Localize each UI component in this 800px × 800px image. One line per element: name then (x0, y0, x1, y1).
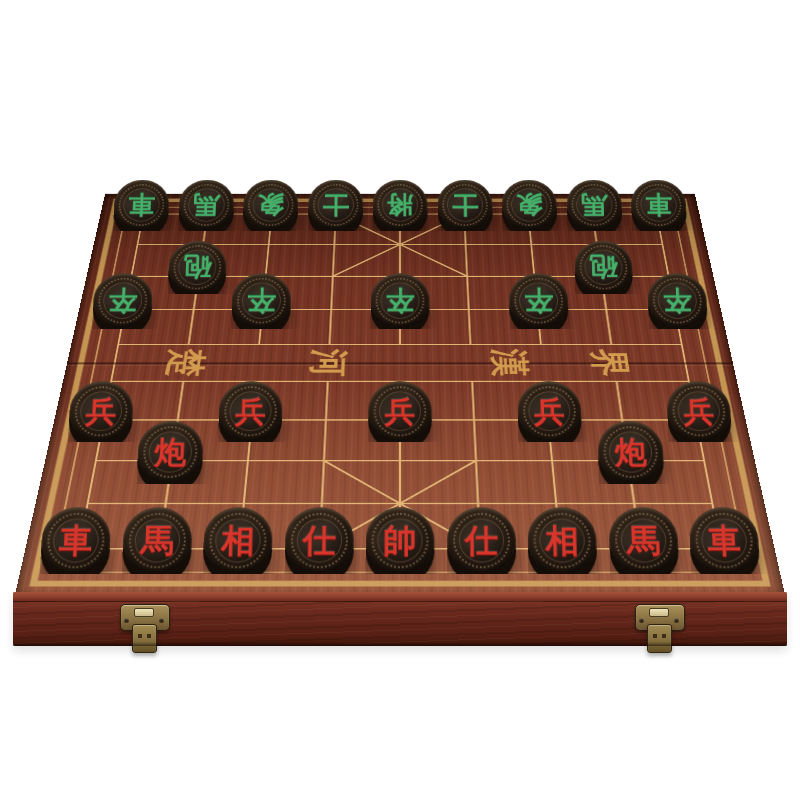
brass-clasp-right (635, 604, 685, 654)
piece-character: 兵 (666, 381, 732, 441)
clasp-slot (134, 608, 154, 617)
piece-red-ma[interactable]: 馬 (608, 507, 679, 574)
piece-green-zu[interactable]: 卒 (231, 273, 291, 328)
piece-character: 車 (113, 180, 170, 230)
piece-character: 相 (202, 507, 273, 574)
piece-character: 卒 (509, 273, 569, 328)
clasp-screw-icon (159, 618, 164, 623)
piece-character: 車 (688, 507, 760, 574)
piece-green-ju[interactable]: 車 (630, 180, 687, 230)
piece-red-bing[interactable]: 兵 (666, 381, 732, 441)
piece-green-jiang[interactable]: 將 (372, 180, 427, 230)
piece-character: 兵 (218, 381, 283, 441)
piece-green-pao[interactable]: 砲 (574, 241, 633, 294)
piece-character: 馬 (608, 507, 679, 574)
piece-character: 砲 (574, 241, 633, 294)
piece-green-shi[interactable]: 士 (308, 180, 363, 230)
piece-green-xiang[interactable]: 象 (501, 180, 557, 230)
piece-character: 砲 (167, 241, 226, 294)
piece-red-ju[interactable]: 車 (40, 507, 112, 574)
piece-character: 兵 (517, 381, 582, 441)
piece-red-bing[interactable]: 兵 (517, 381, 582, 441)
piece-character: 炮 (136, 421, 203, 483)
xiangqi-board[interactable]: 楚 河 漢 界 車馬象士將士象馬車砲砲卒卒卒卒卒兵兵兵兵兵炮炮車馬相仕帥仕相馬車 (15, 194, 785, 595)
piece-red-shuai[interactable]: 帥 (365, 507, 434, 574)
piece-green-ju[interactable]: 車 (113, 180, 170, 230)
brass-clasp-left (120, 604, 170, 654)
piece-character: 卒 (231, 273, 291, 328)
piece-character: 車 (630, 180, 687, 230)
piece-green-zu[interactable]: 卒 (509, 273, 569, 328)
piece-green-pao[interactable]: 砲 (167, 241, 226, 294)
piece-red-ma[interactable]: 馬 (121, 507, 192, 574)
piece-red-shi[interactable]: 仕 (446, 507, 516, 574)
front-rail (13, 592, 787, 646)
piece-character: 兵 (68, 381, 134, 441)
piece-character: 馬 (178, 180, 235, 230)
piece-character: 兵 (368, 381, 432, 441)
piece-red-pao[interactable]: 炮 (136, 421, 203, 483)
piece-character: 象 (501, 180, 557, 230)
clasp-screw-icon (639, 618, 644, 623)
piece-red-xiang[interactable]: 相 (527, 507, 598, 574)
piece-red-bing[interactable]: 兵 (368, 381, 432, 441)
piece-red-pao[interactable]: 炮 (597, 421, 664, 483)
piece-character: 帥 (365, 507, 434, 574)
piece-character: 士 (437, 180, 492, 230)
clasp-screw-icon (674, 618, 679, 623)
piece-character: 卒 (647, 273, 708, 328)
piece-character: 車 (40, 507, 112, 574)
clasp-screw-icon (124, 618, 129, 623)
piece-character: 馬 (121, 507, 192, 574)
scene: 楚 河 漢 界 車馬象士將士象馬車砲砲卒卒卒卒卒兵兵兵兵兵炮炮車馬相仕帥仕相馬車 (0, 0, 800, 800)
piece-red-ju[interactable]: 車 (688, 507, 760, 574)
piece-character: 炮 (597, 421, 664, 483)
piece-green-shi[interactable]: 士 (437, 180, 492, 230)
piece-character: 卒 (370, 273, 429, 328)
piece-green-zu[interactable]: 卒 (92, 273, 153, 328)
piece-character: 仕 (446, 507, 516, 574)
clasp-tongue (647, 624, 672, 653)
piece-green-xiang[interactable]: 象 (243, 180, 299, 230)
piece-red-bing[interactable]: 兵 (68, 381, 134, 441)
piece-character: 卒 (92, 273, 153, 328)
piece-red-bing[interactable]: 兵 (218, 381, 283, 441)
piece-green-zu[interactable]: 卒 (647, 273, 708, 328)
piece-green-zu[interactable]: 卒 (370, 273, 429, 328)
piece-character: 相 (527, 507, 598, 574)
clasp-slot (649, 608, 669, 617)
clasp-tongue (132, 624, 157, 653)
pieces-layer: 車馬象士將士象馬車砲砲卒卒卒卒卒兵兵兵兵兵炮炮車馬相仕帥仕相馬車 (15, 194, 785, 595)
piece-character: 士 (308, 180, 363, 230)
piece-red-xiang[interactable]: 相 (202, 507, 273, 574)
piece-green-ma[interactable]: 馬 (178, 180, 235, 230)
piece-character: 仕 (284, 507, 354, 574)
piece-character: 象 (243, 180, 299, 230)
piece-red-shi[interactable]: 仕 (284, 507, 354, 574)
piece-character: 將 (372, 180, 427, 230)
piece-character: 馬 (566, 180, 623, 230)
piece-green-ma[interactable]: 馬 (566, 180, 623, 230)
